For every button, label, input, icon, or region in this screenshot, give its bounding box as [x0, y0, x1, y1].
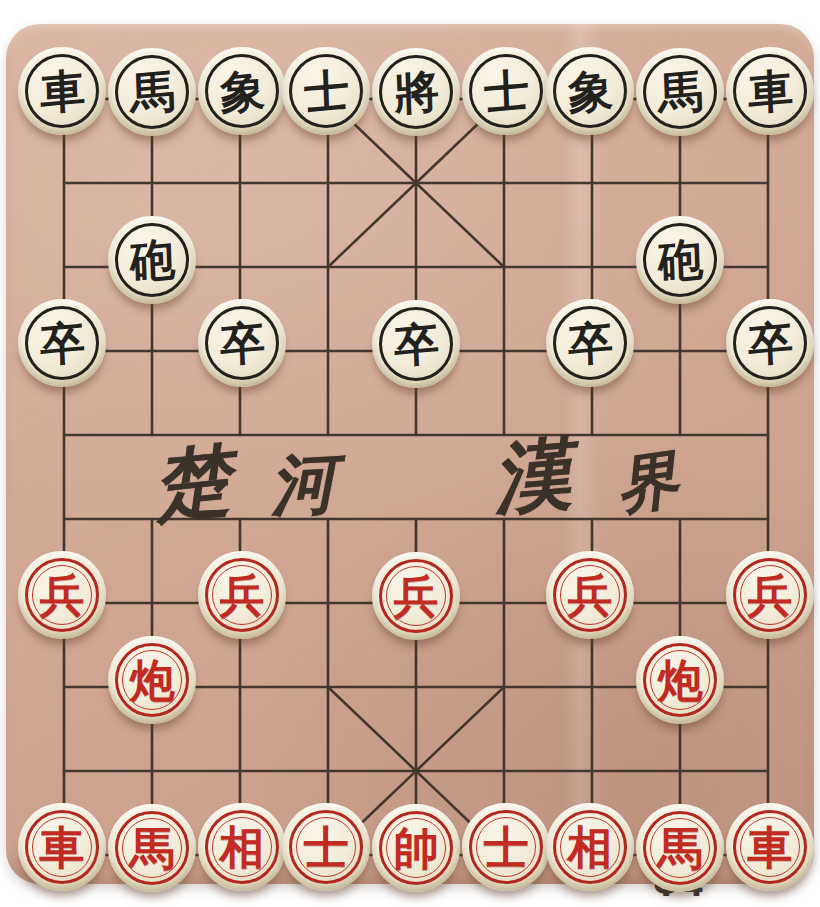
piece-black-elephant-c0[interactable]: 象: [198, 47, 286, 135]
piece-character: 士: [303, 67, 349, 116]
piece-character: 車: [39, 67, 85, 116]
piece-character: 士: [484, 825, 529, 870]
pieces-layer: 車馬象士將士象馬車砲砲卒卒卒卒卒兵兵兵兵兵炮炮車馬相士帥士相馬車: [6, 24, 820, 907]
piece-character: 砲: [129, 236, 175, 285]
piece-character: 車: [747, 67, 793, 116]
piece-black-advisor-f0[interactable]: 士: [462, 47, 550, 135]
piece-character: 砲: [657, 236, 703, 285]
piece-character: 相: [220, 825, 265, 870]
piece-character: 馬: [129, 68, 175, 117]
piece-character: 卒: [39, 319, 85, 368]
piece-black-cannon-h2[interactable]: 砲: [636, 216, 724, 304]
piece-red-advisor-f9[interactable]: 士: [462, 803, 550, 891]
piece-red-advisor-d9[interactable]: 士: [282, 803, 370, 891]
piece-red-elephant-g9[interactable]: 相: [546, 803, 634, 891]
piece-character: 卒: [747, 319, 793, 368]
piece-black-advisor-d0[interactable]: 士: [282, 47, 370, 135]
piece-character: 炮: [130, 658, 175, 703]
piece-character: 相: [568, 825, 613, 870]
piece-red-soldier-g6[interactable]: 兵: [546, 551, 634, 639]
piece-character: 車: [40, 825, 85, 870]
piece-character: 車: [748, 825, 793, 870]
piece-red-horse-b9[interactable]: 馬: [108, 804, 196, 892]
piece-black-general-e0[interactable]: 將: [372, 48, 460, 136]
xiangqi-set-photo: 楚河漢界 Φ4 車馬象士將士象馬車砲砲卒卒卒卒卒兵兵兵兵兵炮炮車馬相士帥士相馬車: [0, 0, 820, 907]
piece-black-cannon-b2[interactable]: 砲: [108, 216, 196, 304]
piece-character: 兵: [394, 574, 439, 619]
piece-black-chariot-i0[interactable]: 車: [726, 47, 814, 135]
piece-red-elephant-c9[interactable]: 相: [198, 803, 286, 891]
piece-character: 將: [393, 68, 439, 117]
piece-character: 馬: [658, 826, 703, 871]
piece-character: 馬: [130, 826, 175, 871]
piece-character: 兵: [220, 573, 265, 618]
piece-black-soldier-a3[interactable]: 卒: [18, 299, 106, 387]
piece-character: 兵: [748, 573, 793, 618]
piece-character: 士: [304, 825, 349, 870]
piece-black-soldier-g3[interactable]: 卒: [546, 299, 634, 387]
piece-character: 兵: [40, 573, 85, 618]
piece-character: 象: [219, 67, 265, 116]
piece-black-soldier-e3[interactable]: 卒: [372, 300, 460, 388]
piece-red-cannon-h7[interactable]: 炮: [636, 636, 724, 724]
piece-red-soldier-c6[interactable]: 兵: [198, 551, 286, 639]
piece-character: 卒: [393, 320, 439, 369]
piece-character: 馬: [657, 68, 703, 117]
piece-character: 士: [483, 67, 529, 116]
piece-red-chariot-a9[interactable]: 車: [18, 803, 106, 891]
piece-red-soldier-i6[interactable]: 兵: [726, 551, 814, 639]
piece-black-soldier-i3[interactable]: 卒: [726, 299, 814, 387]
piece-red-soldier-a6[interactable]: 兵: [18, 551, 106, 639]
piece-character: 卒: [219, 319, 265, 368]
piece-character: 卒: [567, 319, 613, 368]
piece-character: 帥: [394, 826, 439, 871]
piece-red-general-e9[interactable]: 帥: [372, 804, 460, 892]
piece-black-horse-b0[interactable]: 馬: [108, 48, 196, 136]
piece-red-horse-h9[interactable]: 馬: [636, 804, 724, 892]
piece-black-horse-h0[interactable]: 馬: [636, 48, 724, 136]
piece-character: 象: [567, 67, 613, 116]
piece-character: 兵: [568, 573, 613, 618]
piece-red-soldier-e6[interactable]: 兵: [372, 552, 460, 640]
piece-red-cannon-b7[interactable]: 炮: [108, 636, 196, 724]
piece-black-elephant-g0[interactable]: 象: [546, 47, 634, 135]
board-mat: 楚河漢界 Φ4 車馬象士將士象馬車砲砲卒卒卒卒卒兵兵兵兵兵炮炮車馬相士帥士相馬車: [6, 24, 814, 884]
piece-black-chariot-a0[interactable]: 車: [18, 47, 106, 135]
piece-character: 炮: [658, 658, 703, 703]
piece-black-soldier-c3[interactable]: 卒: [198, 299, 286, 387]
piece-red-chariot-i9[interactable]: 車: [726, 803, 814, 891]
